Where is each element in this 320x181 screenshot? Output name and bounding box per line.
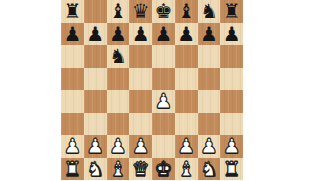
square-a3[interactable] — [61, 113, 84, 136]
square-h8[interactable]: ♜ — [220, 0, 243, 23]
square-f2[interactable]: ♟ — [175, 135, 198, 158]
square-b8[interactable] — [84, 0, 107, 23]
square-h7[interactable]: ♟ — [220, 23, 243, 46]
square-b2[interactable]: ♟ — [84, 135, 107, 158]
square-e2[interactable] — [152, 135, 175, 158]
square-a8[interactable]: ♜ — [61, 0, 84, 23]
white-queen: ♛ — [132, 158, 150, 180]
square-d5[interactable] — [129, 68, 152, 91]
square-g7[interactable]: ♟ — [198, 23, 221, 46]
square-c6[interactable]: ♞ — [107, 45, 130, 68]
square-d3[interactable] — [129, 113, 152, 136]
black-bishop: ♝ — [177, 0, 195, 22]
square-a2[interactable]: ♟ — [61, 135, 84, 158]
black-king: ♚ — [154, 0, 172, 22]
white-rook: ♜ — [223, 158, 241, 180]
white-knight: ♞ — [86, 158, 104, 180]
black-knight: ♞ — [109, 45, 127, 67]
square-f8[interactable]: ♝ — [175, 0, 198, 23]
square-e3[interactable] — [152, 113, 175, 136]
square-f5[interactable] — [175, 68, 198, 91]
square-c5[interactable] — [107, 68, 130, 91]
square-a5[interactable] — [61, 68, 84, 91]
square-g5[interactable] — [198, 68, 221, 91]
square-a4[interactable] — [61, 90, 84, 113]
white-pawn: ♟ — [154, 90, 172, 112]
square-h4[interactable] — [220, 90, 243, 113]
square-d1[interactable]: ♛ — [129, 158, 152, 181]
white-bishop: ♝ — [109, 158, 127, 180]
square-b6[interactable] — [84, 45, 107, 68]
black-knight: ♞ — [200, 0, 218, 22]
square-g4[interactable] — [198, 90, 221, 113]
white-pawn: ♟ — [86, 135, 104, 157]
square-e8[interactable]: ♚ — [152, 0, 175, 23]
square-a7[interactable]: ♟ — [61, 23, 84, 46]
square-b4[interactable] — [84, 90, 107, 113]
page-background: ♜♝♛♚♝♞♜♟♟♟♟♟♟♟♟♞♟♟♟♟♟♟♟♟♜♞♝♛♚♝♞♜ — [0, 0, 320, 180]
black-pawn: ♟ — [223, 23, 241, 45]
square-b7[interactable]: ♟ — [84, 23, 107, 46]
square-b1[interactable]: ♞ — [84, 158, 107, 181]
white-pawn: ♟ — [109, 135, 127, 157]
square-f7[interactable]: ♟ — [175, 23, 198, 46]
square-g8[interactable]: ♞ — [198, 0, 221, 23]
black-bishop: ♝ — [109, 0, 127, 22]
black-rook: ♜ — [63, 0, 81, 22]
square-h3[interactable] — [220, 113, 243, 136]
square-b5[interactable] — [84, 68, 107, 91]
square-a1[interactable]: ♜ — [61, 158, 84, 181]
white-rook: ♜ — [63, 158, 81, 180]
black-pawn: ♟ — [132, 23, 150, 45]
white-pawn: ♟ — [63, 135, 81, 157]
white-pawn: ♟ — [223, 135, 241, 157]
square-g3[interactable] — [198, 113, 221, 136]
square-c8[interactable]: ♝ — [107, 0, 130, 23]
square-d7[interactable]: ♟ — [129, 23, 152, 46]
square-g2[interactable]: ♟ — [198, 135, 221, 158]
square-f3[interactable] — [175, 113, 198, 136]
square-f4[interactable] — [175, 90, 198, 113]
square-h5[interactable] — [220, 68, 243, 91]
square-h1[interactable]: ♜ — [220, 158, 243, 181]
square-b3[interactable] — [84, 113, 107, 136]
black-queen: ♛ — [132, 0, 150, 22]
square-d4[interactable] — [129, 90, 152, 113]
square-c7[interactable]: ♟ — [107, 23, 130, 46]
white-knight: ♞ — [200, 158, 218, 180]
square-g6[interactable] — [198, 45, 221, 68]
square-a6[interactable] — [61, 45, 84, 68]
square-d6[interactable] — [129, 45, 152, 68]
black-pawn: ♟ — [177, 23, 195, 45]
square-f1[interactable]: ♝ — [175, 158, 198, 181]
square-h2[interactable]: ♟ — [220, 135, 243, 158]
white-pawn: ♟ — [132, 135, 150, 157]
square-d8[interactable]: ♛ — [129, 0, 152, 23]
white-bishop: ♝ — [177, 158, 195, 180]
square-h6[interactable] — [220, 45, 243, 68]
black-pawn: ♟ — [86, 23, 104, 45]
square-c3[interactable] — [107, 113, 130, 136]
square-c4[interactable] — [107, 90, 130, 113]
black-pawn: ♟ — [109, 23, 127, 45]
square-c2[interactable]: ♟ — [107, 135, 130, 158]
square-e4[interactable]: ♟ — [152, 90, 175, 113]
black-pawn: ♟ — [63, 23, 81, 45]
chess-board: ♜♝♛♚♝♞♜♟♟♟♟♟♟♟♟♞♟♟♟♟♟♟♟♟♜♞♝♛♚♝♞♜ — [61, 0, 243, 180]
white-king: ♚ — [154, 158, 172, 180]
black-pawn: ♟ — [200, 23, 218, 45]
square-e5[interactable] — [152, 68, 175, 91]
square-e7[interactable]: ♟ — [152, 23, 175, 46]
square-c1[interactable]: ♝ — [107, 158, 130, 181]
square-f6[interactable] — [175, 45, 198, 68]
square-d2[interactable]: ♟ — [129, 135, 152, 158]
white-pawn: ♟ — [177, 135, 195, 157]
square-e1[interactable]: ♚ — [152, 158, 175, 181]
black-rook: ♜ — [223, 0, 241, 22]
white-pawn: ♟ — [200, 135, 218, 157]
square-g1[interactable]: ♞ — [198, 158, 221, 181]
square-e6[interactable] — [152, 45, 175, 68]
black-pawn: ♟ — [154, 23, 172, 45]
